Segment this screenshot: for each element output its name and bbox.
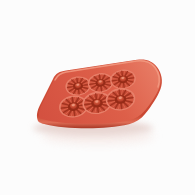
mold-illustration: [0, 0, 195, 195]
product-photo: [0, 0, 195, 195]
